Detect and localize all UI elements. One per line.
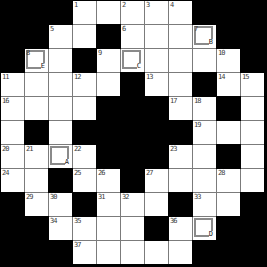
black-cell-r4-c4	[97, 97, 120, 120]
white-cell-r8-c9[interactable]	[217, 193, 240, 216]
white-cell-r9-c4[interactable]	[97, 217, 120, 240]
white-cell-r10-c7[interactable]	[169, 241, 192, 264]
white-cell-r1-c6[interactable]	[145, 25, 168, 48]
black-cell-r6-c5	[121, 145, 144, 168]
black-cell-r5-c3	[73, 121, 96, 144]
clue-number-27: 27	[146, 169, 152, 177]
white-cell-r7-c9[interactable]: 28	[217, 169, 240, 192]
black-cell-r0-c10	[241, 1, 264, 24]
white-cell-r8-c4[interactable]: 31	[97, 193, 120, 216]
white-cell-r9-c8[interactable]: D	[193, 217, 216, 240]
clue-number-10: 10	[218, 49, 224, 57]
clue-number-24: 24	[2, 169, 8, 177]
clue-number-25: 25	[74, 169, 80, 177]
white-cell-r10-c6[interactable]	[145, 241, 168, 264]
black-cell-r8-c10	[241, 193, 264, 216]
white-cell-r7-c6[interactable]: 27	[145, 169, 168, 192]
black-cell-r4-c9	[217, 97, 240, 120]
white-cell-r7-c10[interactable]	[241, 169, 264, 192]
white-cell-r3-c6[interactable]: 13	[145, 73, 168, 96]
white-cell-r1-c8[interactable]: 7B	[193, 25, 216, 48]
clue-number-19: 19	[194, 121, 200, 129]
white-cell-r2-c4[interactable]: 9	[97, 49, 120, 72]
black-cell-r6-c6	[145, 145, 168, 168]
black-cell-r5-c7	[169, 121, 192, 144]
clue-number-32: 32	[122, 193, 128, 201]
black-cell-r10-c9	[217, 241, 240, 264]
clue-number-2: 2	[122, 1, 125, 9]
clue-number-30: 30	[50, 193, 56, 201]
white-cell-r2-c1[interactable]: 8E	[25, 49, 48, 72]
extraction-box-A: A	[50, 146, 69, 165]
white-cell-r2-c8[interactable]	[193, 49, 216, 72]
white-cell-r6-c3[interactable]: 22	[73, 145, 96, 168]
white-cell-r5-c10[interactable]	[241, 121, 264, 144]
black-cell-r2-c3	[73, 49, 96, 72]
white-cell-r4-c2[interactable]	[49, 97, 72, 120]
black-cell-r8-c0	[1, 193, 24, 216]
white-cell-r4-c0[interactable]: 16	[1, 97, 24, 120]
white-cell-r4-c1[interactable]	[25, 97, 48, 120]
clue-number-37: 37	[74, 241, 80, 249]
black-cell-r3-c8	[193, 73, 216, 96]
black-cell-r7-c5	[121, 169, 144, 192]
white-cell-r0-c5[interactable]: 2	[121, 1, 144, 24]
extraction-box-D: D	[194, 218, 213, 237]
clue-number-18: 18	[194, 97, 200, 105]
clue-number-1: 1	[74, 1, 77, 9]
clue-number-3: 3	[146, 1, 149, 9]
clue-number-20: 20	[2, 145, 8, 153]
clue-number-14: 14	[218, 73, 224, 81]
clue-number-5: 5	[50, 25, 53, 33]
crossword-board: 1234567B8E9C101112131415161718192021A222…	[0, 0, 267, 267]
white-cell-r1-c5[interactable]: 6	[121, 25, 144, 48]
clue-number-13: 13	[146, 73, 152, 81]
black-cell-r10-c8	[193, 241, 216, 264]
black-cell-r5-c5	[121, 121, 144, 144]
white-cell-r8-c5[interactable]: 32	[121, 193, 144, 216]
white-cell-r4-c7[interactable]: 17	[169, 97, 192, 120]
clue-number-11: 11	[2, 73, 8, 81]
extraction-letter-A: A	[65, 159, 69, 166]
white-cell-r3-c9[interactable]: 14	[217, 73, 240, 96]
white-cell-r2-c5[interactable]: C	[121, 49, 144, 72]
white-cell-r0-c3[interactable]: 1	[73, 1, 96, 24]
black-cell-r10-c2	[49, 241, 72, 264]
white-cell-r7-c3[interactable]: 25	[73, 169, 96, 192]
black-cell-r2-c10	[241, 49, 264, 72]
black-cell-r9-c10	[241, 217, 264, 240]
extraction-letter-D: D	[209, 231, 213, 238]
white-cell-r7-c7[interactable]	[169, 169, 192, 192]
white-cell-r7-c1[interactable]	[25, 169, 48, 192]
white-cell-r1-c7[interactable]	[169, 25, 192, 48]
white-cell-r10-c4[interactable]	[97, 241, 120, 264]
white-cell-r10-c3[interactable]: 37	[73, 241, 96, 264]
clue-number-28: 28	[218, 169, 224, 177]
black-cell-r4-c5	[121, 97, 144, 120]
white-cell-r4-c10[interactable]	[241, 97, 264, 120]
white-cell-r6-c0[interactable]: 20	[1, 145, 24, 168]
clue-number-9: 9	[98, 49, 101, 57]
black-cell-r9-c9	[217, 217, 240, 240]
black-cell-r4-c6	[145, 97, 168, 120]
black-cell-r8-c3	[73, 193, 96, 216]
clue-number-36: 36	[170, 217, 176, 225]
white-cell-r5-c0[interactable]	[1, 121, 24, 144]
white-cell-r3-c1[interactable]	[25, 73, 48, 96]
clue-number-31: 31	[98, 193, 104, 201]
black-cell-r1-c1	[25, 25, 48, 48]
white-cell-r8-c1[interactable]: 29	[25, 193, 48, 216]
white-cell-r1-c3[interactable]	[73, 25, 96, 48]
black-cell-r9-c1	[25, 217, 48, 240]
black-cell-r0-c8	[193, 1, 216, 24]
white-cell-r2-c6[interactable]	[145, 49, 168, 72]
white-cell-r9-c3[interactable]: 35	[73, 217, 96, 240]
black-cell-r7-c2	[49, 169, 72, 192]
white-cell-r8-c8[interactable]: 33	[193, 193, 216, 216]
black-cell-r9-c0	[1, 217, 24, 240]
clue-number-21: 21	[26, 145, 32, 153]
white-cell-r6-c10[interactable]	[241, 145, 264, 168]
clue-number-23: 23	[170, 145, 176, 153]
black-cell-r1-c4	[97, 25, 120, 48]
white-cell-r0-c4[interactable]	[97, 1, 120, 24]
white-cell-r6-c8[interactable]	[193, 145, 216, 168]
black-cell-r0-c9	[217, 1, 240, 24]
white-cell-r4-c3[interactable]	[73, 97, 96, 120]
white-cell-r5-c9[interactable]	[217, 121, 240, 144]
black-cell-r1-c10	[241, 25, 264, 48]
white-cell-r3-c4[interactable]	[97, 73, 120, 96]
black-cell-r6-c9	[217, 145, 240, 168]
clue-number-8: 8	[26, 49, 29, 57]
white-cell-r3-c7[interactable]	[169, 73, 192, 96]
white-cell-r3-c0[interactable]: 11	[1, 73, 24, 96]
white-cell-r1-c2[interactable]: 5	[49, 25, 72, 48]
clue-number-7: 7	[194, 25, 197, 33]
white-cell-r8-c2[interactable]: 30	[49, 193, 72, 216]
white-cell-r9-c2[interactable]: 34	[49, 217, 72, 240]
black-cell-r3-c5	[121, 73, 144, 96]
black-cell-r0-c0	[1, 1, 24, 24]
white-cell-r7-c8[interactable]	[193, 169, 216, 192]
clue-number-26: 26	[98, 169, 104, 177]
white-cell-r10-c5[interactable]	[121, 241, 144, 264]
white-cell-r7-c0[interactable]: 24	[1, 169, 24, 192]
extraction-box-C: C	[122, 50, 141, 69]
white-cell-r5-c8[interactable]: 19	[193, 121, 216, 144]
black-cell-r1-c9	[217, 25, 240, 48]
white-cell-r2-c9[interactable]: 10	[217, 49, 240, 72]
black-cell-r10-c10	[241, 241, 264, 264]
black-cell-r1-c0	[1, 25, 24, 48]
white-cell-r6-c2[interactable]: A	[49, 145, 72, 168]
white-cell-r0-c6[interactable]: 3	[145, 1, 168, 24]
white-cell-r9-c5[interactable]	[121, 217, 144, 240]
clue-number-34: 34	[50, 217, 56, 225]
clue-number-17: 17	[170, 97, 176, 105]
white-cell-r4-c8[interactable]: 18	[193, 97, 216, 120]
black-cell-r5-c6	[145, 121, 168, 144]
clue-number-12: 12	[74, 73, 80, 81]
clue-number-35: 35	[74, 217, 80, 225]
white-cell-r3-c2[interactable]	[49, 73, 72, 96]
black-cell-r5-c1	[25, 121, 48, 144]
white-cell-r0-c7[interactable]: 4	[169, 1, 192, 24]
extraction-letter-E: E	[41, 63, 45, 70]
clue-number-33: 33	[194, 193, 200, 201]
white-cell-r3-c10[interactable]: 15	[241, 73, 264, 96]
clue-number-6: 6	[122, 25, 125, 33]
crossword-grid: 1234567B8E9C101112131415161718192021A222…	[1, 1, 264, 264]
black-cell-r0-c1	[25, 1, 48, 24]
black-cell-r0-c2	[49, 1, 72, 24]
white-cell-r6-c7[interactable]: 23	[169, 145, 192, 168]
white-cell-r8-c6[interactable]	[145, 193, 168, 216]
clue-number-16: 16	[2, 97, 8, 105]
white-cell-r3-c3[interactable]: 12	[73, 73, 96, 96]
white-cell-r6-c1[interactable]: 21	[25, 145, 48, 168]
black-cell-r10-c0	[1, 241, 24, 264]
extraction-letter-B: B	[209, 39, 213, 46]
white-cell-r9-c7[interactable]: 36	[169, 217, 192, 240]
white-cell-r2-c2[interactable]	[49, 49, 72, 72]
black-cell-r9-c6	[145, 217, 168, 240]
clue-number-29: 29	[26, 193, 32, 201]
black-cell-r8-c7	[169, 193, 192, 216]
white-cell-r2-c7[interactable]	[169, 49, 192, 72]
white-cell-r5-c2[interactable]	[49, 121, 72, 144]
black-cell-r2-c0	[1, 49, 24, 72]
black-cell-r5-c4	[97, 121, 120, 144]
extraction-letter-C: C	[137, 63, 141, 70]
clue-number-22: 22	[74, 145, 80, 153]
black-cell-r6-c4	[97, 145, 120, 168]
clue-number-15: 15	[242, 73, 248, 81]
white-cell-r7-c4[interactable]: 26	[97, 169, 120, 192]
black-cell-r10-c1	[25, 241, 48, 264]
clue-number-4: 4	[170, 1, 173, 9]
